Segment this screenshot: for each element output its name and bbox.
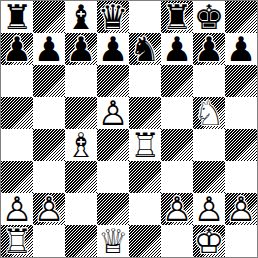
- square-g2[interactable]: ♟♙: [193, 193, 225, 225]
- piece-halo: ♟: [161, 33, 193, 65]
- square-e7[interactable]: ♞♞: [129, 33, 161, 65]
- piece-black-rook: ♜: [161, 1, 193, 33]
- piece-halo: ♞: [129, 33, 161, 65]
- piece-white-king: ♔: [193, 225, 225, 257]
- piece-black-pawn: ♟: [225, 33, 257, 65]
- piece-halo: ♟: [1, 33, 33, 65]
- square-b6[interactable]: [33, 65, 65, 97]
- square-e8[interactable]: [129, 1, 161, 33]
- piece-halo: ♛: [97, 225, 129, 257]
- piece-halo: ♟: [1, 193, 33, 225]
- square-e6[interactable]: [129, 65, 161, 97]
- square-b1[interactable]: [33, 225, 65, 257]
- square-h2[interactable]: ♟♙: [225, 193, 257, 225]
- square-c4[interactable]: ♝♗: [65, 129, 97, 161]
- square-c2[interactable]: [65, 193, 97, 225]
- square-g3[interactable]: [193, 161, 225, 193]
- piece-halo: ♛: [97, 1, 129, 33]
- square-g8[interactable]: ♚♚: [193, 1, 225, 33]
- piece-black-pawn: ♟: [193, 33, 225, 65]
- square-c1[interactable]: [65, 225, 97, 257]
- square-g1[interactable]: ♚♔: [193, 225, 225, 257]
- piece-halo: ♟: [33, 33, 65, 65]
- chess-board: ♜♜♝♝♛♛♜♜♚♚♟♟♟♟♟♟♟♟♞♞♟♟♟♟♟♟♟♙♞♘♝♗♜♖♟♙♟♙♟♙…: [0, 0, 258, 258]
- piece-black-rook: ♜: [1, 1, 33, 33]
- square-b3[interactable]: [33, 161, 65, 193]
- square-h1[interactable]: [225, 225, 257, 257]
- square-d1[interactable]: ♛♕: [97, 225, 129, 257]
- square-a6[interactable]: [1, 65, 33, 97]
- square-e3[interactable]: [129, 161, 161, 193]
- piece-white-pawn: ♙: [161, 193, 193, 225]
- square-a7[interactable]: ♟♟: [1, 33, 33, 65]
- square-e5[interactable]: [129, 97, 161, 129]
- square-h7[interactable]: ♟♟: [225, 33, 257, 65]
- piece-halo: ♟: [97, 33, 129, 65]
- piece-halo: ♝: [65, 129, 97, 161]
- piece-black-knight: ♞: [129, 33, 161, 65]
- piece-white-pawn: ♙: [225, 193, 257, 225]
- square-f4[interactable]: [161, 129, 193, 161]
- square-d5[interactable]: ♟♙: [97, 97, 129, 129]
- square-d8[interactable]: ♛♛: [97, 1, 129, 33]
- square-b7[interactable]: ♟♟: [33, 33, 65, 65]
- square-b5[interactable]: [33, 97, 65, 129]
- square-e2[interactable]: [129, 193, 161, 225]
- square-f8[interactable]: ♜♜: [161, 1, 193, 33]
- square-a2[interactable]: ♟♙: [1, 193, 33, 225]
- piece-halo: ♞: [193, 97, 225, 129]
- piece-black-pawn: ♟: [161, 33, 193, 65]
- piece-black-pawn: ♟: [97, 33, 129, 65]
- piece-halo: ♟: [65, 33, 97, 65]
- square-a4[interactable]: [1, 129, 33, 161]
- square-d6[interactable]: [97, 65, 129, 97]
- square-b8[interactable]: [33, 1, 65, 33]
- piece-halo: ♟: [225, 33, 257, 65]
- piece-white-knight: ♘: [193, 97, 225, 129]
- piece-halo: ♟: [97, 97, 129, 129]
- square-d2[interactable]: [97, 193, 129, 225]
- square-d3[interactable]: [97, 161, 129, 193]
- piece-halo: ♜: [1, 225, 33, 257]
- square-g5[interactable]: ♞♘: [193, 97, 225, 129]
- piece-black-pawn: ♟: [1, 33, 33, 65]
- piece-white-rook: ♖: [129, 129, 161, 161]
- piece-halo: ♟: [193, 193, 225, 225]
- square-d7[interactable]: ♟♟: [97, 33, 129, 65]
- piece-halo: ♚: [193, 1, 225, 33]
- square-h5[interactable]: [225, 97, 257, 129]
- square-a1[interactable]: ♜♖: [1, 225, 33, 257]
- square-f1[interactable]: [161, 225, 193, 257]
- square-b2[interactable]: ♟♙: [33, 193, 65, 225]
- square-h3[interactable]: [225, 161, 257, 193]
- square-c5[interactable]: [65, 97, 97, 129]
- square-h6[interactable]: [225, 65, 257, 97]
- square-f2[interactable]: ♟♙: [161, 193, 193, 225]
- piece-black-pawn: ♟: [33, 33, 65, 65]
- square-h4[interactable]: [225, 129, 257, 161]
- piece-white-bishop: ♗: [65, 129, 97, 161]
- square-g4[interactable]: [193, 129, 225, 161]
- piece-halo: ♜: [161, 1, 193, 33]
- piece-halo: ♝: [65, 1, 97, 33]
- piece-white-pawn: ♙: [97, 97, 129, 129]
- piece-white-rook: ♖: [1, 225, 33, 257]
- piece-white-pawn: ♙: [1, 193, 33, 225]
- square-c3[interactable]: [65, 161, 97, 193]
- piece-halo: ♟: [225, 193, 257, 225]
- piece-halo: ♟: [161, 193, 193, 225]
- piece-halo: ♟: [33, 193, 65, 225]
- square-g6[interactable]: [193, 65, 225, 97]
- piece-black-queen: ♛: [97, 1, 129, 33]
- square-a3[interactable]: [1, 161, 33, 193]
- square-f6[interactable]: [161, 65, 193, 97]
- square-e4[interactable]: ♜♖: [129, 129, 161, 161]
- square-a5[interactable]: [1, 97, 33, 129]
- piece-white-queen: ♕: [97, 225, 129, 257]
- square-e1[interactable]: [129, 225, 161, 257]
- piece-black-king: ♚: [193, 1, 225, 33]
- square-h8[interactable]: [225, 1, 257, 33]
- square-c8[interactable]: ♝♝: [65, 1, 97, 33]
- piece-black-bishop: ♝: [65, 1, 97, 33]
- piece-halo: ♜: [129, 129, 161, 161]
- square-f3[interactable]: [161, 161, 193, 193]
- square-f7[interactable]: ♟♟: [161, 33, 193, 65]
- piece-halo: ♚: [193, 225, 225, 257]
- square-b4[interactable]: [33, 129, 65, 161]
- square-c6[interactable]: [65, 65, 97, 97]
- square-a8[interactable]: ♜♜: [1, 1, 33, 33]
- piece-white-pawn: ♙: [33, 193, 65, 225]
- piece-halo: ♜: [1, 1, 33, 33]
- square-f5[interactable]: [161, 97, 193, 129]
- piece-black-pawn: ♟: [65, 33, 97, 65]
- square-d4[interactable]: [97, 129, 129, 161]
- piece-halo: ♟: [193, 33, 225, 65]
- square-c7[interactable]: ♟♟: [65, 33, 97, 65]
- piece-white-pawn: ♙: [193, 193, 225, 225]
- square-g7[interactable]: ♟♟: [193, 33, 225, 65]
